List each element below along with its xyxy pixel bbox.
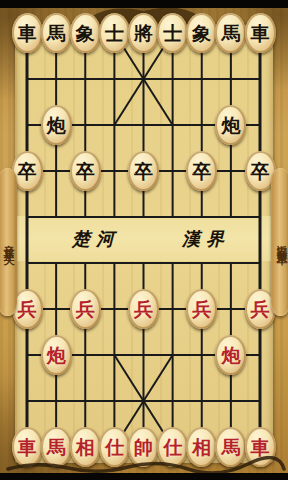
piece-black-soldier[interactable]: 卒 bbox=[186, 151, 217, 191]
piece-black-soldier[interactable]: 卒 bbox=[128, 151, 159, 191]
piece-black-elephant[interactable]: 象 bbox=[186, 13, 217, 53]
piece-black-chariot[interactable]: 車 bbox=[245, 13, 276, 53]
piece-red-cannon[interactable]: 炮 bbox=[215, 335, 246, 375]
piece-red-cannon[interactable]: 炮 bbox=[41, 335, 72, 375]
letterbox-top bbox=[0, 0, 288, 8]
piece-black-advisor[interactable]: 士 bbox=[99, 13, 130, 53]
piece-black-cannon[interactable]: 炮 bbox=[215, 105, 246, 145]
piece-red-soldier[interactable]: 兵 bbox=[70, 289, 101, 329]
piece-red-soldier[interactable]: 兵 bbox=[128, 289, 159, 329]
return-menu-label: 返回菜单 bbox=[273, 236, 288, 248]
piece-red-soldier[interactable]: 兵 bbox=[186, 289, 217, 329]
music-toggle-label: 音乐开关 bbox=[0, 236, 15, 248]
piece-black-horse[interactable]: 馬 bbox=[215, 13, 246, 53]
piece-black-cannon[interactable]: 炮 bbox=[41, 105, 72, 145]
piece-black-general[interactable]: 將 bbox=[128, 13, 159, 53]
piece-black-horse[interactable]: 馬 bbox=[41, 13, 72, 53]
xiangqi-app-screen: 楚河 漢界 車馬象士將士象馬車炮炮卒卒卒卒卒兵兵兵兵兵炮炮車馬相仕帥仕相馬車 音… bbox=[0, 0, 288, 480]
pieces-layer: 車馬象士將士象馬車炮炮卒卒卒卒卒兵兵兵兵兵炮炮車馬相仕帥仕相馬車 bbox=[0, 0, 288, 480]
piece-black-chariot[interactable]: 車 bbox=[12, 13, 43, 53]
letterbox-bottom bbox=[0, 473, 288, 480]
piece-black-advisor[interactable]: 士 bbox=[157, 13, 188, 53]
piece-black-elephant[interactable]: 象 bbox=[70, 13, 101, 53]
return-menu-button[interactable]: 返回菜单 bbox=[271, 168, 288, 316]
piece-black-soldier[interactable]: 卒 bbox=[70, 151, 101, 191]
music-toggle-button[interactable]: 音乐开关 bbox=[0, 168, 17, 316]
